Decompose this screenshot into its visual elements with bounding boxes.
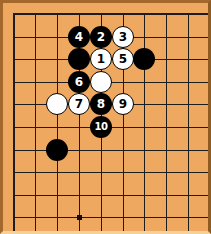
move-number-label: 10 [95, 122, 108, 132]
grid-line-vertical [166, 13, 167, 231]
stone-black-8: 8 [90, 93, 112, 115]
stone-white-plain [46, 93, 68, 115]
move-number-label: 1 [97, 53, 105, 65]
move-number-label: 7 [75, 98, 83, 110]
stone-black-4: 4 [68, 26, 90, 48]
stone-black-10: 10 [90, 116, 112, 138]
stone-white-7: 7 [68, 93, 90, 115]
move-number-label: 9 [119, 98, 127, 110]
stone-white-9: 9 [112, 93, 134, 115]
grid-line-vertical [144, 13, 145, 231]
grid-line-horizontal [13, 150, 208, 151]
stone-white-5: 5 [112, 48, 134, 70]
grid-line-vertical [210, 13, 211, 231]
move-number-label: 6 [75, 76, 83, 88]
grid-line-horizontal [13, 195, 208, 196]
board-edge-line-top [13, 13, 208, 15]
stone-black-plain [133, 48, 155, 70]
grid-line-horizontal [13, 172, 208, 173]
stone-white-3: 3 [112, 26, 134, 48]
grid-line-vertical [188, 13, 189, 231]
grid-line-vertical [57, 13, 58, 231]
board-edge-line-left [13, 13, 15, 231]
move-number-label: 3 [119, 31, 127, 43]
move-number-label: 2 [97, 31, 105, 43]
grid-line-horizontal [13, 217, 208, 218]
go-board: 42315678910 [0, 0, 211, 234]
stone-black-6: 6 [68, 71, 90, 93]
stone-black-plain [46, 139, 68, 161]
move-number-label: 5 [119, 53, 127, 65]
star-point [77, 215, 82, 220]
stone-black-2: 2 [90, 26, 112, 48]
move-number-label: 4 [75, 31, 83, 43]
stone-black-plain [68, 48, 90, 70]
move-number-label: 8 [97, 98, 105, 110]
grid-line-vertical [35, 13, 36, 231]
stone-white-1: 1 [90, 48, 112, 70]
stone-white-plain [90, 71, 112, 93]
